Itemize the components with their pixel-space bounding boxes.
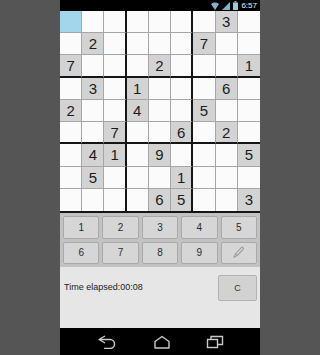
cell-r3c2[interactable] xyxy=(104,78,126,100)
cell-r6c4[interactable]: 9 xyxy=(149,144,171,166)
digit-button-7[interactable]: 7 xyxy=(102,242,138,265)
battery-icon xyxy=(233,1,238,10)
number-keypad: 123456789 xyxy=(60,213,260,267)
status-clock: 6:57 xyxy=(241,0,257,11)
cell-r8c5[interactable]: 5 xyxy=(171,189,193,211)
cell-r4c4[interactable] xyxy=(149,100,171,122)
cell-r8c1[interactable] xyxy=(82,189,104,211)
cell-r2c1[interactable] xyxy=(82,55,104,77)
pencil-icon xyxy=(231,245,246,260)
cell-r7c3[interactable] xyxy=(127,167,149,189)
cell-r4c5[interactable] xyxy=(171,100,193,122)
cell-r3c4[interactable] xyxy=(149,78,171,100)
cell-r0c2[interactable] xyxy=(104,11,126,33)
cell-r2c7[interactable] xyxy=(216,55,238,77)
cell-r8c8[interactable]: 3 xyxy=(238,189,260,211)
cell-r8c7[interactable] xyxy=(216,189,238,211)
cell-r5c7[interactable]: 2 xyxy=(216,122,238,144)
time-elapsed-label: Time elapsed:00:08 xyxy=(64,282,143,292)
cell-r8c6[interactable] xyxy=(193,189,215,211)
cell-r4c6[interactable]: 5 xyxy=(193,100,215,122)
cell-r2c0[interactable]: 7 xyxy=(60,55,82,77)
recents-icon[interactable] xyxy=(206,335,224,349)
cell-r3c6[interactable] xyxy=(193,78,215,100)
cell-r7c0[interactable] xyxy=(60,167,82,189)
cell-r2c4[interactable]: 2 xyxy=(149,55,171,77)
cell-r7c5[interactable]: 1 xyxy=(171,167,193,189)
cell-r7c8[interactable] xyxy=(238,167,260,189)
cell-r6c3[interactable] xyxy=(127,144,149,166)
cell-r0c6[interactable] xyxy=(193,11,215,33)
cell-r1c6[interactable]: 7 xyxy=(193,33,215,55)
cell-r6c2[interactable]: 1 xyxy=(104,144,126,166)
cell-r1c2[interactable] xyxy=(104,33,126,55)
digit-button-8[interactable]: 8 xyxy=(142,242,178,265)
cell-r8c2[interactable] xyxy=(104,189,126,211)
cell-r1c4[interactable] xyxy=(149,33,171,55)
cell-r5c5[interactable]: 6 xyxy=(171,122,193,144)
wifi-icon xyxy=(211,2,219,10)
back-icon[interactable] xyxy=(96,335,118,349)
cell-r2c3[interactable] xyxy=(127,55,149,77)
sudoku-app-screen: 6:57 327721316245762419551653 123456789 … xyxy=(60,0,260,355)
cell-r7c6[interactable] xyxy=(193,167,215,189)
cell-r5c2[interactable]: 7 xyxy=(104,122,126,144)
cell-r6c5[interactable] xyxy=(171,144,193,166)
sudoku-board: 327721316245762419551653 xyxy=(60,11,260,213)
cell-r8c0[interactable] xyxy=(60,189,82,211)
cell-r1c7[interactable] xyxy=(216,33,238,55)
cell-r7c4[interactable] xyxy=(149,167,171,189)
cell-r3c1[interactable]: 3 xyxy=(82,78,104,100)
cell-r0c3[interactable] xyxy=(127,11,149,33)
digit-button-2[interactable]: 2 xyxy=(102,216,138,239)
cell-r0c8[interactable] xyxy=(238,11,260,33)
cell-r7c7[interactable] xyxy=(216,167,238,189)
cell-r5c0[interactable] xyxy=(60,122,82,144)
cell-r7c1[interactable]: 5 xyxy=(82,167,104,189)
cell-r8c4[interactable]: 6 xyxy=(149,189,171,211)
digit-button-4[interactable]: 4 xyxy=(181,216,217,239)
cell-r1c5[interactable] xyxy=(171,33,193,55)
cell-r2c6[interactable] xyxy=(193,55,215,77)
cell-r5c8[interactable] xyxy=(238,122,260,144)
cell-r1c3[interactable] xyxy=(127,33,149,55)
cell-r6c1[interactable]: 4 xyxy=(82,144,104,166)
footer-panel: Time elapsed:00:08 C xyxy=(60,267,260,328)
cell-r0c5[interactable] xyxy=(171,11,193,33)
cell-r7c2[interactable] xyxy=(104,167,126,189)
cell-r5c3[interactable] xyxy=(127,122,149,144)
signal-icon xyxy=(222,2,230,10)
cell-r3c0[interactable] xyxy=(60,78,82,100)
cell-r0c4[interactable] xyxy=(149,11,171,33)
cell-r0c0[interactable] xyxy=(60,11,82,33)
cell-r1c1[interactable]: 2 xyxy=(82,33,104,55)
clear-button-label: C xyxy=(234,283,241,293)
digit-button-1[interactable]: 1 xyxy=(63,216,99,239)
cell-r6c7[interactable] xyxy=(216,144,238,166)
cell-r0c1[interactable] xyxy=(82,11,104,33)
cell-r6c6[interactable] xyxy=(193,144,215,166)
cell-r8c3[interactable] xyxy=(127,189,149,211)
cell-r5c4[interactable] xyxy=(149,122,171,144)
cell-r4c0[interactable]: 2 xyxy=(60,100,82,122)
cell-r5c1[interactable] xyxy=(82,122,104,144)
cell-r4c8[interactable] xyxy=(238,100,260,122)
cell-r4c1[interactable] xyxy=(82,100,104,122)
home-icon[interactable] xyxy=(152,335,172,349)
digit-button-6[interactable]: 6 xyxy=(63,242,99,265)
cell-r0c7[interactable]: 3 xyxy=(216,11,238,33)
cell-r1c8[interactable] xyxy=(238,33,260,55)
cell-r3c3[interactable]: 1 xyxy=(127,78,149,100)
cell-r4c2[interactable] xyxy=(104,100,126,122)
cell-r1c0[interactable] xyxy=(60,33,82,55)
cell-r4c7[interactable] xyxy=(216,100,238,122)
digit-button-3[interactable]: 3 xyxy=(142,216,178,239)
status-bar: 6:57 xyxy=(60,0,260,11)
digit-button-9[interactable]: 9 xyxy=(181,242,217,265)
cell-r2c5[interactable] xyxy=(171,55,193,77)
android-nav-bar xyxy=(60,328,260,355)
cell-r4c3[interactable]: 4 xyxy=(127,100,149,122)
cell-r5c6[interactable] xyxy=(193,122,215,144)
pencil-button[interactable] xyxy=(221,242,257,265)
cell-r3c7[interactable]: 6 xyxy=(216,78,238,100)
cell-r6c8[interactable]: 5 xyxy=(238,144,260,166)
cell-r2c2[interactable] xyxy=(104,55,126,77)
digit-button-5[interactable]: 5 xyxy=(221,216,257,239)
cell-r3c8[interactable] xyxy=(238,78,260,100)
cell-r2c8[interactable]: 1 xyxy=(238,55,260,77)
cell-r6c0[interactable] xyxy=(60,144,82,166)
clear-button[interactable]: C xyxy=(218,275,257,301)
cell-r3c5[interactable] xyxy=(171,78,193,100)
